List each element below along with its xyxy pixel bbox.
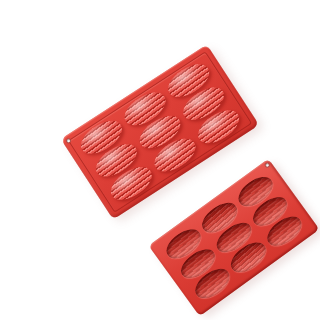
madeleine-mold-front [149,159,320,316]
shell-cavity-grid [161,171,306,304]
product-photo: Two red 9-cavity silicone madeleine shel… [40,16,320,320]
hang-hole [264,162,271,169]
photo-caption: Two red 9-cavity silicone madeleine shel… [40,16,41,17]
